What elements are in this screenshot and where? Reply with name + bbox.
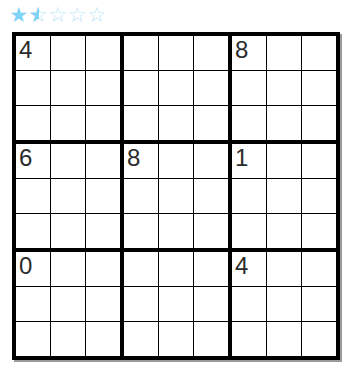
cell-r6c2[interactable] — [51, 214, 86, 252]
cell-r5c6[interactable] — [194, 179, 232, 214]
cell-r1c3[interactable] — [86, 36, 124, 71]
cell-r7c6[interactable] — [194, 252, 232, 287]
sudoku-grid: 4868104 — [12, 32, 340, 360]
cell-r1c1[interactable]: 4 — [16, 36, 51, 71]
star-empty-icon: ☆ — [48, 3, 68, 26]
cell-r5c5[interactable] — [159, 179, 194, 214]
cell-r4c9[interactable] — [302, 144, 336, 179]
difficulty-rating: ★☆★☆☆☆ — [9, 3, 107, 26]
cell-r9c9[interactable] — [302, 322, 336, 356]
cell-r1c7[interactable]: 8 — [232, 36, 267, 71]
cell-r5c2[interactable] — [51, 179, 86, 214]
cell-r7c2[interactable] — [51, 252, 86, 287]
cell-r6c3[interactable] — [86, 214, 124, 252]
cell-r4c2[interactable] — [51, 144, 86, 179]
cell-r2c4[interactable] — [124, 71, 159, 106]
cell-r7c5[interactable] — [159, 252, 194, 287]
cell-r6c1[interactable] — [16, 214, 51, 252]
cell-r6c9[interactable] — [302, 214, 336, 252]
star-half-icon: ☆★ — [29, 3, 49, 26]
star-half-fill: ★ — [29, 3, 39, 26]
cell-r1c8[interactable] — [267, 36, 302, 71]
cell-r3c9[interactable] — [302, 106, 336, 144]
cell-r8c3[interactable] — [86, 287, 124, 322]
cell-r3c5[interactable] — [159, 106, 194, 144]
cell-r7c7[interactable]: 4 — [232, 252, 267, 287]
cell-r5c3[interactable] — [86, 179, 124, 214]
cell-r2c5[interactable] — [159, 71, 194, 106]
cell-r4c5[interactable] — [159, 144, 194, 179]
cell-r9c7[interactable] — [232, 322, 267, 356]
cell-r1c4[interactable] — [124, 36, 159, 71]
cell-r3c2[interactable] — [51, 106, 86, 144]
cell-r7c1[interactable]: 0 — [16, 252, 51, 287]
cell-r2c3[interactable] — [86, 71, 124, 106]
cell-r7c8[interactable] — [267, 252, 302, 287]
cell-r8c8[interactable] — [267, 287, 302, 322]
cell-r9c8[interactable] — [267, 322, 302, 356]
cell-r2c9[interactable] — [302, 71, 336, 106]
cell-r4c1[interactable]: 6 — [16, 144, 51, 179]
cell-r5c9[interactable] — [302, 179, 336, 214]
cell-r7c4[interactable] — [124, 252, 159, 287]
cell-r5c4[interactable] — [124, 179, 159, 214]
cell-r8c6[interactable] — [194, 287, 232, 322]
cell-r2c2[interactable] — [51, 71, 86, 106]
cell-r4c8[interactable] — [267, 144, 302, 179]
cell-r8c4[interactable] — [124, 287, 159, 322]
cell-r3c3[interactable] — [86, 106, 124, 144]
cell-r8c2[interactable] — [51, 287, 86, 322]
cell-r2c6[interactable] — [194, 71, 232, 106]
cell-r9c1[interactable] — [16, 322, 51, 356]
cell-r3c4[interactable] — [124, 106, 159, 144]
cell-r7c9[interactable] — [302, 252, 336, 287]
cell-r2c8[interactable] — [267, 71, 302, 106]
cell-r9c4[interactable] — [124, 322, 159, 356]
sudoku-page: ★☆★☆☆☆ 4868104 — [0, 0, 352, 376]
cell-r4c4[interactable]: 8 — [124, 144, 159, 179]
star-empty-icon: ☆ — [68, 3, 88, 26]
cell-r8c7[interactable] — [232, 287, 267, 322]
cell-r4c6[interactable] — [194, 144, 232, 179]
cell-r1c2[interactable] — [51, 36, 86, 71]
cell-r1c5[interactable] — [159, 36, 194, 71]
cell-r5c8[interactable] — [267, 179, 302, 214]
cell-r9c5[interactable] — [159, 322, 194, 356]
cell-r5c7[interactable] — [232, 179, 267, 214]
cell-r9c6[interactable] — [194, 322, 232, 356]
cell-r3c6[interactable] — [194, 106, 232, 144]
cell-r9c2[interactable] — [51, 322, 86, 356]
cell-r9c3[interactable] — [86, 322, 124, 356]
cell-r4c3[interactable] — [86, 144, 124, 179]
cell-r6c7[interactable] — [232, 214, 267, 252]
cell-r4c7[interactable]: 1 — [232, 144, 267, 179]
cell-r3c7[interactable] — [232, 106, 267, 144]
cell-r6c8[interactable] — [267, 214, 302, 252]
cell-r2c1[interactable] — [16, 71, 51, 106]
cell-r7c3[interactable] — [86, 252, 124, 287]
cell-r6c4[interactable] — [124, 214, 159, 252]
cell-r3c1[interactable] — [16, 106, 51, 144]
star-full-icon: ★ — [9, 3, 29, 26]
cell-r8c1[interactable] — [16, 287, 51, 322]
cell-r6c5[interactable] — [159, 214, 194, 252]
cell-r1c6[interactable] — [194, 36, 232, 71]
cell-r8c9[interactable] — [302, 287, 336, 322]
cell-r3c8[interactable] — [267, 106, 302, 144]
cell-r2c7[interactable] — [232, 71, 267, 106]
cell-r5c1[interactable] — [16, 179, 51, 214]
cell-r8c5[interactable] — [159, 287, 194, 322]
star-empty-icon: ☆ — [87, 3, 107, 26]
cell-r6c6[interactable] — [194, 214, 232, 252]
cell-r1c9[interactable] — [302, 36, 336, 71]
